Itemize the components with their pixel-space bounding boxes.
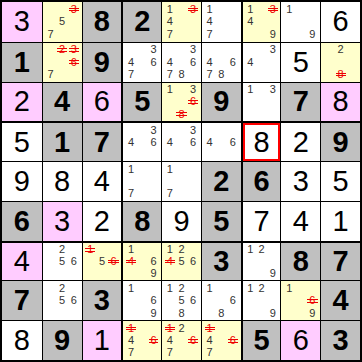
given-digit: 8 (293, 247, 309, 276)
candidate: 8 (215, 68, 227, 80)
cell-r9c3[interactable]: 1 (82, 320, 122, 360)
given-digit: 9 (213, 87, 229, 116)
candidate: 6 (187, 56, 199, 68)
candidate: 1 (164, 3, 176, 16)
candidate: 7 (204, 68, 216, 80)
cell-r2c2[interactable]: 2367 (42, 42, 82, 82)
solved-digit: 6 (293, 326, 309, 355)
cell-r3c1[interactable]: 2 (2, 82, 42, 122)
given-digit: 1 (14, 48, 30, 77)
cell-r4c1[interactable]: 5 (2, 121, 42, 161)
candidate: 1 (164, 84, 176, 96)
given-digit: 4 (333, 286, 349, 315)
cell-r6c8[interactable]: 4 (280, 201, 320, 241)
cell-r8c5[interactable]: 12568 (161, 280, 201, 320)
cell-r8c9[interactable]: 4 (320, 280, 360, 320)
candidate: 3 (187, 84, 199, 96)
solved-digit: 3 (14, 7, 30, 36)
candidate-crossed-out: 6 (187, 334, 199, 346)
cell-r7c3[interactable]: 156 (82, 241, 122, 281)
candidate: 1 (125, 244, 136, 256)
candidate: 3 (267, 84, 278, 96)
candidate-marks: 12467 (164, 322, 199, 359)
candidate: 1 (164, 163, 176, 175)
candidate: 6 (68, 295, 80, 307)
candidate: 6 (148, 256, 159, 268)
candidate-crossed-out: 4 (125, 256, 136, 268)
cell-r1c9[interactable]: 6 (320, 2, 360, 42)
solved-digit: 5 (14, 128, 30, 157)
candidate-marks: 256 (45, 244, 80, 280)
given-digit: 8 (94, 7, 110, 36)
given-digit: 7 (14, 286, 30, 315)
solved-digit: 8 (14, 326, 30, 355)
candidate-marks: 2367 (45, 44, 80, 81)
cell-r6c3[interactable]: 2 (82, 201, 122, 241)
candidate: 6 (227, 56, 239, 68)
given-digit: 8 (134, 207, 150, 236)
candidate: 2 (256, 244, 267, 256)
candidate-crossed-out: 3 (68, 44, 80, 56)
candidate: 6 (187, 295, 199, 307)
candidate: 5 (56, 16, 68, 29)
cell-r5c6[interactable]: 2 (201, 161, 241, 201)
candidate: 2 (176, 322, 188, 334)
candidate-marks: 17 (164, 163, 199, 200)
cell-r7c9[interactable]: 7 (320, 241, 360, 281)
given-digit: 9 (54, 326, 70, 355)
candidate-marks: 168 (204, 282, 239, 319)
candidate: 1 (283, 3, 295, 16)
candidate-marks: 12568 (164, 282, 199, 319)
given-digit: 3 (213, 247, 229, 276)
solved-digit: 2 (94, 207, 110, 236)
cell-r7c5[interactable]: 12456 (161, 241, 201, 281)
candidate: 2 (256, 282, 267, 294)
candidate: 4 (125, 136, 136, 148)
candidate: 3 (187, 44, 199, 56)
cell-r1c4[interactable]: 2 (121, 2, 161, 42)
given-digit: 4 (54, 87, 70, 116)
candidate: 3 (148, 124, 159, 136)
candidate: 5 (96, 256, 108, 268)
cell-r8c3[interactable]: 3 (82, 280, 122, 320)
given-digit: 6 (14, 207, 30, 236)
candidate: 3 (148, 44, 159, 56)
candidate-marks: 19 (283, 3, 318, 41)
candidate-marks: 34678 (164, 44, 199, 81)
candidate: 9 (267, 28, 278, 41)
candidate-crossed-out: 6 (187, 96, 199, 108)
candidate: 1 (245, 3, 256, 16)
candidate: 4 (204, 334, 216, 346)
candidate-crossed-out: 3 (68, 3, 80, 16)
cell-r1c1[interactable]: 3 (2, 2, 42, 42)
sudoku-board: 3357821347147134919612367934673467846783… (0, 0, 362, 362)
given-digit: 9 (333, 128, 349, 157)
candidate: 7 (164, 68, 176, 80)
candidate: 6 (148, 136, 159, 148)
solved-digit: 6 (333, 7, 349, 36)
cell-r9c8[interactable]: 6 (280, 320, 320, 360)
candidate: 8 (176, 307, 188, 319)
candidate: 1 (125, 163, 136, 175)
candidate-marks: 34 (245, 44, 279, 81)
candidate: 9 (307, 28, 319, 41)
cell-r7c8[interactable]: 8 (280, 241, 320, 281)
candidate: 7 (125, 347, 136, 359)
candidate: 4 (125, 56, 136, 68)
cell-r9c7[interactable]: 5 (241, 320, 281, 360)
cell-r6c4[interactable]: 8 (121, 201, 161, 241)
cell-r7c6[interactable]: 3 (201, 241, 241, 281)
cell-r5c9[interactable]: 5 (320, 161, 360, 201)
given-digit: 1 (54, 128, 70, 157)
candidate: 7 (164, 188, 176, 200)
candidate: 1 (125, 282, 136, 294)
solved-digit: 9 (173, 207, 189, 236)
given-digit: 7 (293, 87, 309, 116)
cell-r3c4[interactable]: 5 (121, 82, 161, 122)
candidate-marks: 147 (204, 3, 239, 41)
solved-digit: 5 (333, 167, 349, 196)
cell-r6c5[interactable]: 9 (161, 201, 201, 241)
given-digit: 3 (94, 286, 110, 315)
given-digit: 5 (213, 207, 229, 236)
cell-r7c4[interactable]: 1469 (121, 241, 161, 281)
cell-r2c3[interactable]: 9 (82, 42, 122, 82)
candidate: 4 (164, 56, 176, 68)
given-digit: 2 (213, 167, 229, 196)
given-digit: 7 (94, 128, 110, 157)
cell-r3c6[interactable]: 9 (201, 82, 241, 122)
candidate-crossed-out: 6 (148, 334, 159, 346)
candidate: 6 (187, 136, 199, 148)
candidate: 6 (68, 256, 80, 268)
candidate: 9 (148, 268, 159, 280)
candidate-marks: 17 (125, 163, 159, 200)
cell-r1c2[interactable]: 357 (42, 2, 82, 42)
solved-digit: 9 (14, 167, 30, 196)
candidate-crossed-out: 6 (108, 256, 120, 268)
candidate: 1 (164, 244, 176, 256)
cell-r7c2[interactable]: 256 (42, 241, 82, 281)
candidate: 4 (164, 16, 176, 29)
cell-r1c3[interactable]: 8 (82, 2, 122, 42)
cell-r9c2[interactable]: 9 (42, 320, 82, 360)
cell-r3c5[interactable]: 1368 (161, 82, 201, 122)
candidate-crossed-out: 3 (187, 3, 199, 16)
candidate-marks: 3467 (125, 44, 159, 81)
candidate: 1 (204, 3, 216, 16)
candidate-marks: 346 (125, 124, 159, 160)
solved-digit: 4 (293, 207, 309, 236)
cell-r1c6[interactable]: 147 (201, 2, 241, 42)
cell-r8c2[interactable]: 256 (42, 280, 82, 320)
cell-r5c1[interactable]: 9 (2, 161, 42, 201)
cell-r3c9[interactable]: 8 (320, 82, 360, 122)
cell-r4c6[interactable]: 46 (201, 121, 241, 161)
candidate-marks: 129 (245, 282, 279, 319)
cell-r8c1[interactable]: 7 (2, 280, 42, 320)
candidate: 7 (45, 28, 57, 41)
cell-r9c9[interactable]: 3 (320, 320, 360, 360)
cell-r4c9[interactable]: 9 (320, 121, 360, 161)
candidate-marks: 346 (164, 124, 199, 160)
candidate-marks: 156 (85, 244, 120, 280)
cell-r2c7[interactable]: 34 (241, 42, 281, 82)
given-digit: 5 (253, 326, 269, 355)
given-digit: 2 (134, 7, 150, 36)
solved-digit: 8 (333, 87, 349, 116)
candidate-crossed-out: 6 (68, 56, 80, 68)
solved-digit: 4 (94, 167, 110, 196)
candidate-crossed-out: 8 (335, 68, 347, 80)
solved-digit: 4 (14, 247, 30, 276)
cell-r3c7[interactable]: 13 (241, 82, 281, 122)
candidate: 2 (56, 282, 68, 294)
candidate-crossed-out: 6 (227, 334, 239, 346)
candidate: 9 (267, 307, 278, 319)
cell-r2c4[interactable]: 3467 (121, 42, 161, 82)
solved-digit: 1 (333, 207, 349, 236)
given-digit: 6 (253, 167, 269, 196)
cell-r6c9[interactable]: 1 (320, 201, 360, 241)
cell-r1c8[interactable]: 19 (280, 2, 320, 42)
candidate-marks: 256 (45, 282, 80, 319)
candidate: 9 (148, 307, 159, 319)
candidate: 1 (245, 244, 256, 256)
candidate-marks: 169 (125, 282, 159, 319)
candidate-marks: 1467 (125, 322, 159, 359)
candidate: 6 (148, 295, 159, 307)
candidate-marks: 1347 (164, 3, 199, 41)
cell-r5c2[interactable]: 8 (42, 161, 82, 201)
cell-r6c2[interactable]: 3 (42, 201, 82, 241)
cell-r6c1[interactable]: 6 (2, 201, 42, 241)
cell-r2c8[interactable]: 5 (280, 42, 320, 82)
candidate-marks: 129 (245, 244, 279, 280)
candidate-marks: 1469 (125, 244, 159, 280)
cell-r9c4[interactable]: 1467 (121, 320, 161, 360)
candidate: 1 (164, 282, 176, 294)
candidate: 7 (125, 188, 136, 200)
candidate: 1 (204, 282, 216, 294)
solved-digit: 2 (14, 87, 30, 116)
candidate: 2 (176, 244, 188, 256)
given-digit: 5 (134, 87, 150, 116)
cell-r8c7[interactable]: 129 (241, 280, 281, 320)
candidate: 5 (176, 295, 188, 307)
candidate: 5 (56, 295, 68, 307)
solved-digit: 3 (54, 207, 70, 236)
candidate-crossed-out: 1 (204, 322, 216, 334)
cell-r3c3[interactable]: 6 (82, 82, 122, 122)
cell-r1c5[interactable]: 1347 (161, 2, 201, 42)
candidate-marks: 1368 (164, 84, 199, 121)
candidate: 7 (204, 28, 216, 41)
cell-r5c7[interactable]: 6 (241, 161, 281, 201)
candidate-crossed-out: 1 (164, 322, 176, 334)
cell-r5c3[interactable]: 4 (82, 161, 122, 201)
cell-r9c1[interactable]: 8 (2, 320, 42, 360)
solved-digit: 2 (293, 128, 309, 157)
candidate-marks: 28 (323, 44, 358, 81)
cell-r9c5[interactable]: 12467 (161, 320, 201, 360)
cell-r4c2[interactable]: 1 (42, 121, 82, 161)
cell-r4c3[interactable]: 7 (82, 121, 122, 161)
cell-r8c6[interactable]: 168 (201, 280, 241, 320)
solved-digit: 7 (253, 207, 269, 236)
candidate: 2 (176, 282, 188, 294)
candidate: 6 (227, 136, 239, 148)
cell-r2c5[interactable]: 34678 (161, 42, 201, 82)
candidate: 7 (204, 347, 216, 359)
cell-r6c6[interactable]: 5 (201, 201, 241, 241)
candidate-marks: 4678 (204, 44, 239, 81)
candidate-marks: 357 (45, 3, 80, 41)
cell-r4c8[interactable]: 2 (280, 121, 320, 161)
given-digit: 7 (333, 247, 349, 276)
candidate: 4 (245, 56, 256, 68)
candidate: 7 (164, 28, 176, 41)
candidate: 3 (267, 44, 278, 56)
candidate: 4 (204, 16, 216, 29)
cell-r4c5[interactable]: 346 (161, 121, 201, 161)
cell-r7c7[interactable]: 129 (241, 241, 281, 281)
candidate: 2 (56, 244, 68, 256)
candidate: 3 (187, 124, 199, 136)
cell-r8c4[interactable]: 169 (121, 280, 161, 320)
cell-r2c9[interactable]: 28 (320, 42, 360, 82)
candidate: 2 (335, 44, 347, 56)
cell-r2c1[interactable]: 1 (2, 42, 42, 82)
cell-r4c4[interactable]: 346 (121, 121, 161, 161)
candidate: 4 (204, 56, 216, 68)
candidate: 4 (164, 136, 176, 148)
candidate: 8 (176, 68, 188, 80)
candidate: 4 (204, 136, 216, 148)
candidate: 8 (215, 307, 227, 319)
cell-r3c8[interactable]: 7 (280, 82, 320, 122)
cell-r5c4[interactable]: 17 (121, 161, 161, 201)
solved-digit: 3 (293, 167, 309, 196)
candidate: 6 (148, 56, 159, 68)
cell-r1c7[interactable]: 1349 (241, 2, 281, 42)
candidate-marks: 1467 (204, 322, 239, 359)
cell-r9c6[interactable]: 1467 (201, 320, 241, 360)
candidate-marks: 46 (204, 124, 239, 160)
solved-digit: 8 (253, 128, 269, 157)
cell-r3c2[interactable]: 4 (42, 82, 82, 122)
candidate-marks: 169 (283, 282, 318, 319)
candidate: 5 (56, 256, 68, 268)
solved-digit: 8 (54, 167, 70, 196)
cell-r5c5[interactable]: 17 (161, 161, 201, 201)
solved-digit: 6 (94, 87, 110, 116)
candidate-marks: 1349 (245, 3, 279, 41)
cell-r8c8[interactable]: 169 (280, 280, 320, 320)
candidate: 9 (267, 268, 278, 280)
candidate-crossed-out: 2 (56, 44, 68, 56)
given-digit: 9 (94, 48, 110, 77)
solved-digit: 5 (293, 48, 309, 77)
candidate: 7 (125, 68, 136, 80)
candidate-crossed-out: 1 (125, 322, 136, 334)
cell-r4c7[interactable]: 8 (241, 121, 281, 161)
cell-r5c8[interactable]: 3 (280, 161, 320, 201)
candidate: 6 (187, 256, 199, 268)
candidate-crossed-out: 1 (85, 244, 97, 256)
candidate-crossed-out: 3 (267, 3, 278, 16)
candidate: 6 (227, 295, 239, 307)
candidate: 4 (125, 334, 136, 346)
candidate-crossed-out: 4 (164, 256, 176, 268)
cell-r7c1[interactable]: 4 (2, 241, 42, 281)
candidate-crossed-out: 6 (307, 295, 319, 307)
candidate: 7 (164, 347, 176, 359)
cell-r6c7[interactable]: 7 (241, 201, 281, 241)
candidate: 4 (164, 334, 176, 346)
given-digit: 3 (333, 326, 349, 355)
candidate: 1 (283, 282, 295, 294)
solved-digit: 1 (94, 326, 110, 355)
candidate-crossed-out: 8 (176, 108, 188, 120)
candidate: 1 (245, 84, 256, 96)
candidate: 9 (307, 307, 319, 319)
candidate-marks: 13 (245, 84, 279, 121)
candidate: 5 (176, 256, 188, 268)
candidate-marks: 12456 (164, 244, 199, 280)
candidate: 1 (245, 282, 256, 294)
candidate: 4 (245, 16, 256, 29)
cell-r2c6[interactable]: 4678 (201, 42, 241, 82)
candidate: 7 (45, 68, 57, 80)
